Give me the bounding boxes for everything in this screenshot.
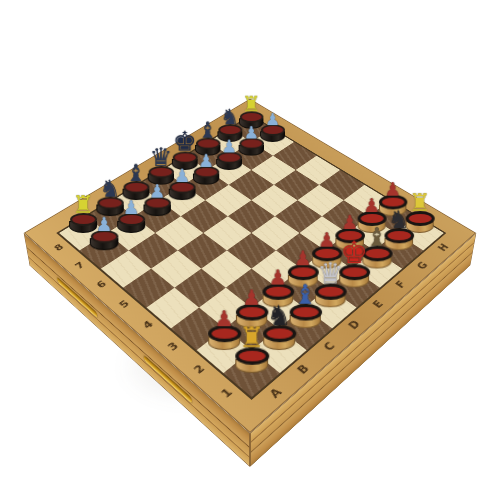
pieces-layer: ♜♞♝♛♚♝♞♜♟♟♟♟♟♟♟♟♟♟♟♟♟♟♟♟♜♞♝♛♚♝♞♜	[25, 100, 475, 432]
black-pawn-glyph: ♟	[198, 152, 214, 170]
white-pawn-glyph: ♟	[242, 287, 261, 308]
chess-set-photo: ABCDEFGH12345678 ♜♞♝♛♚♝♞♜♟♟♟♟♟♟♟♟♟♟♟♟♟♟♟…	[0, 0, 500, 500]
white-pawn-glyph: ♟	[294, 248, 312, 268]
black-pawn-glyph: ♟	[174, 167, 190, 185]
white-pawn-glyph: ♟	[268, 267, 287, 288]
black-pawn-glyph: ♟	[221, 138, 237, 156]
board-frame: ABCDEFGH12345678 ♜♞♝♛♚♝♞♜♟♟♟♟♟♟♟♟♟♟♟♟♟♟♟…	[24, 99, 477, 433]
figurine: ♜	[233, 324, 271, 373]
black-rook-glyph: ♜	[72, 193, 94, 217]
white-pawn-glyph: ♟	[214, 308, 234, 330]
scene: ABCDEFGH12345678 ♜♞♝♛♚♝♞♜♟♟♟♟♟♟♟♟♟♟♟♟♟♟♟…	[0, 0, 500, 500]
white-rook-glyph: ♜	[239, 324, 264, 352]
black-pawn-glyph: ♟	[95, 215, 112, 234]
black-pawn-glyph: ♟	[244, 124, 259, 141]
black-pawn-glyph: ♟	[149, 182, 166, 201]
white-pawn-glyph: ♟	[318, 230, 336, 250]
white-pawn-glyph: ♟	[341, 213, 358, 232]
white-knight-glyph: ♞	[267, 302, 292, 329]
chess-box: ABCDEFGH12345678 ♜♞♝♛♚♝♞♜♟♟♟♟♟♟♟♟♟♟♟♟♟♟♟…	[24, 99, 477, 433]
figurine: ♟	[88, 215, 121, 251]
black-pawn-glyph: ♟	[265, 111, 280, 128]
black-pawn-glyph: ♟	[123, 198, 140, 217]
